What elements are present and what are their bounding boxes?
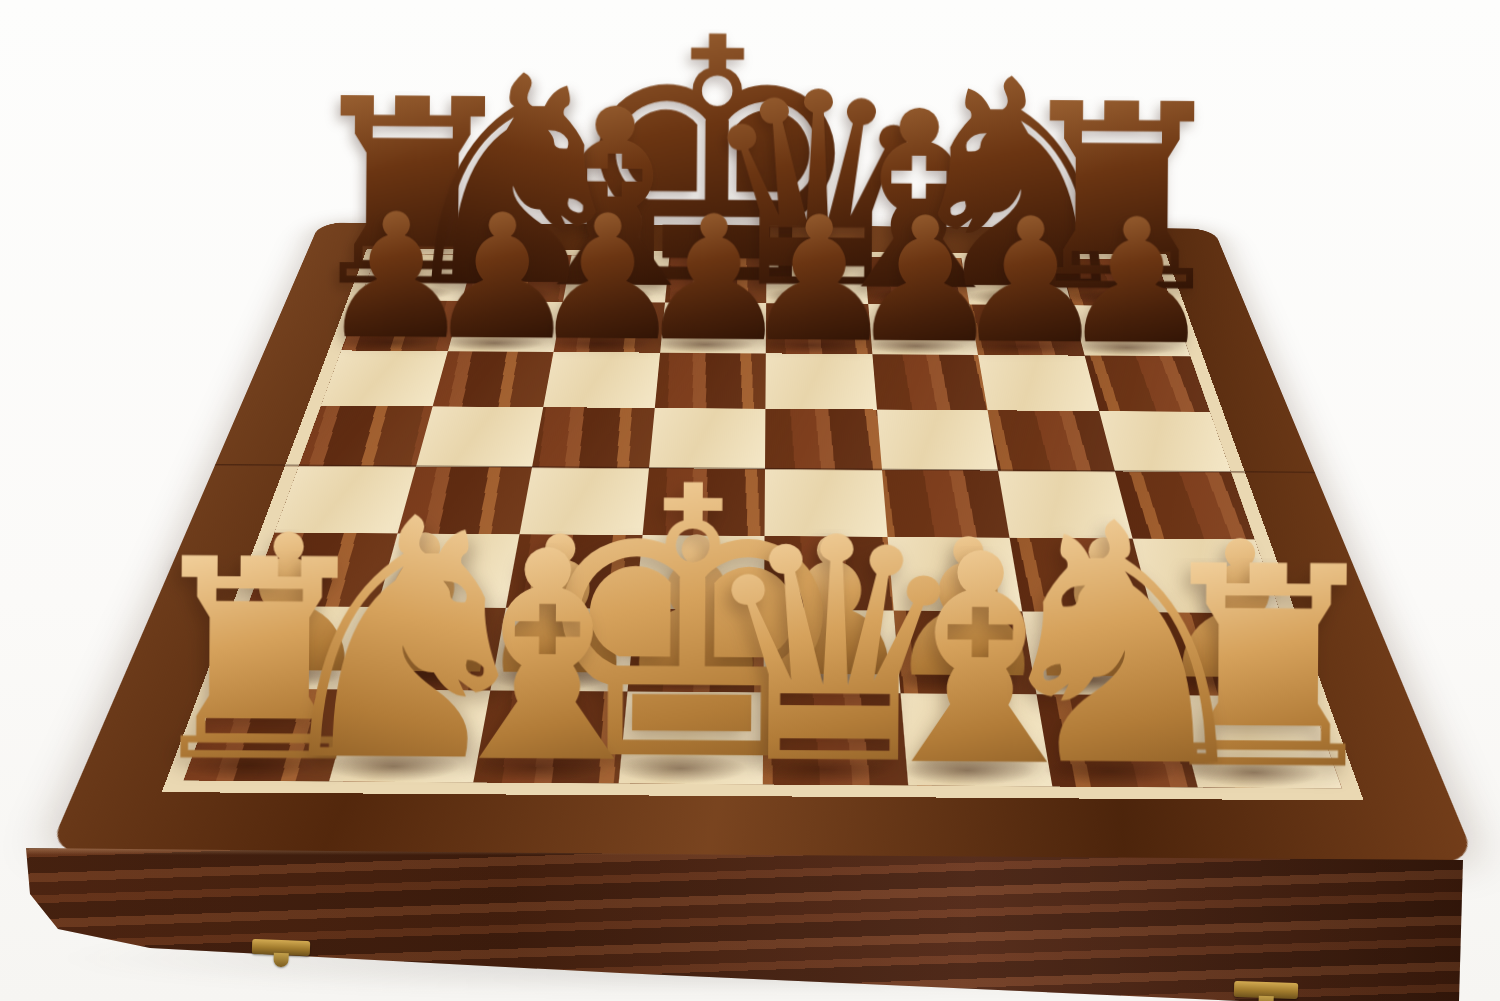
square-d6[interactable] [654,353,765,409]
piece-white-knight-b1[interactable]: ♞ [254,507,553,774]
brass-clasp-left [252,939,310,956]
scene: ♜♞♝♚♛♝♞♜♟♟♟♟♟♟♟♟♟♟♟♟♟♟♟♟♜♞♝♚♛♝♞♜ [0,0,1500,1001]
square-f6[interactable] [872,354,988,410]
board-frame-line: ♜♞♝♚♛♝♞♜♟♟♟♟♟♟♟♟♟♟♟♟♟♟♟♟♜♞♝♚♛♝♞♜ [162,249,1364,801]
square-h7[interactable]: ♟ [1071,305,1190,356]
square-e6[interactable] [765,353,876,409]
square-b1[interactable]: ♞ [328,689,490,782]
piece-black-pawn-h7[interactable]: ♟ [1059,213,1215,352]
square-a6[interactable] [321,350,447,406]
square-h6[interactable] [1084,356,1210,412]
square-g6[interactable] [978,355,1099,411]
square-g1[interactable]: ♞ [1036,694,1197,788]
board-grid: ♜♞♝♚♛♝♞♜♟♟♟♟♟♟♟♟♟♟♟♟♟♟♟♟♜♞♝♚♛♝♞♜ [184,254,1342,789]
piece-white-knight-g1[interactable]: ♞ [974,512,1273,779]
square-c6[interactable] [543,352,659,408]
board-border: ♜♞♝♚♛♝♞♜♟♟♟♟♟♟♟♟♟♟♟♟♟♟♟♟♜♞♝♚♛♝♞♜ [47,222,1477,863]
chess-board: ♜♞♝♚♛♝♞♜♟♟♟♟♟♟♟♟♟♟♟♟♟♟♟♟♜♞♝♚♛♝♞♜ [47,222,1477,863]
brass-clasp-right [1234,981,1299,999]
square-b6[interactable] [432,351,553,407]
